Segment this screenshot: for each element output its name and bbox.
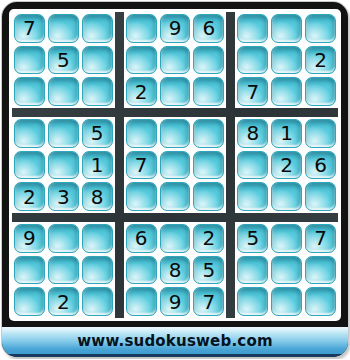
cell-r8c7[interactable] — [237, 256, 268, 285]
board-frame: 759622751238781269262859757 — [2, 2, 348, 327]
cell-r3c1[interactable] — [14, 77, 45, 106]
box-3: 27 — [235, 12, 338, 108]
cell-r4c8[interactable]: 1 — [271, 119, 302, 148]
website-link[interactable]: www.sudokusweb.com — [77, 332, 272, 350]
cell-r6c2[interactable]: 3 — [48, 182, 79, 211]
cell-r6c1[interactable]: 2 — [14, 182, 45, 211]
cell-r7c1[interactable]: 9 — [14, 224, 45, 253]
cell-r5c1[interactable] — [14, 151, 45, 180]
cell-r3c8[interactable] — [271, 77, 302, 106]
cell-r7c9[interactable]: 7 — [305, 224, 336, 253]
cell-r2c6[interactable] — [193, 46, 224, 75]
given-digit: 9 — [23, 228, 36, 248]
cell-r9c7[interactable] — [237, 287, 268, 316]
given-digit: 2 — [23, 187, 36, 207]
box-1: 75 — [12, 12, 115, 108]
cell-r1c3[interactable] — [82, 14, 113, 43]
cell-r2c9[interactable]: 2 — [305, 46, 336, 75]
given-digit: 1 — [91, 155, 104, 175]
cell-r1c6[interactable]: 6 — [193, 14, 224, 43]
cell-r1c1[interactable]: 7 — [14, 14, 45, 43]
cell-r5c8[interactable]: 2 — [271, 151, 302, 180]
given-digit: 5 — [203, 260, 216, 280]
cell-r2c5[interactable] — [160, 46, 191, 75]
cell-r5c7[interactable] — [237, 151, 268, 180]
board-background: 759622751238781269262859757 — [9, 9, 341, 321]
cell-r9c3[interactable] — [82, 287, 113, 316]
cell-r6c7[interactable] — [237, 182, 268, 211]
cell-r5c9[interactable]: 6 — [305, 151, 336, 180]
cell-r3c3[interactable] — [82, 77, 113, 106]
given-digit: 7 — [135, 155, 148, 175]
cell-r5c6[interactable] — [193, 151, 224, 180]
sudoku-widget: 759622751238781269262859757 www.sudokusw… — [2, 2, 348, 357]
cell-r5c4[interactable]: 7 — [126, 151, 157, 180]
box-4: 51238 — [12, 117, 115, 213]
given-digit: 2 — [280, 155, 293, 175]
given-digit: 8 — [91, 187, 104, 207]
cell-r1c9[interactable] — [305, 14, 336, 43]
cell-r3c5[interactable] — [160, 77, 191, 106]
given-digit: 8 — [169, 260, 182, 280]
cell-r6c3[interactable]: 8 — [82, 182, 113, 211]
cell-r6c4[interactable] — [126, 182, 157, 211]
given-digit: 5 — [246, 228, 259, 248]
given-digit: 9 — [169, 292, 182, 312]
cell-r3c9[interactable] — [305, 77, 336, 106]
cell-r4c6[interactable] — [193, 119, 224, 148]
cell-r8c3[interactable] — [82, 256, 113, 285]
cell-r9c1[interactable] — [14, 287, 45, 316]
given-digit: 5 — [91, 123, 104, 143]
cell-r4c2[interactable] — [48, 119, 79, 148]
cell-r8c5[interactable]: 8 — [160, 256, 191, 285]
cell-r1c8[interactable] — [271, 14, 302, 43]
given-digit: 7 — [314, 228, 327, 248]
cell-r4c7[interactable]: 8 — [237, 119, 268, 148]
given-digit: 7 — [203, 292, 216, 312]
cell-r9c2[interactable]: 2 — [48, 287, 79, 316]
box-9: 57 — [235, 222, 338, 318]
cell-r9c6[interactable]: 7 — [193, 287, 224, 316]
given-digit: 6 — [203, 18, 216, 38]
cell-r3c2[interactable] — [48, 77, 79, 106]
given-digit: 2 — [135, 82, 148, 102]
given-digit: 2 — [203, 228, 216, 248]
cell-r8c4[interactable] — [126, 256, 157, 285]
cell-r1c2[interactable] — [48, 14, 79, 43]
box-2: 962 — [124, 12, 227, 108]
cell-r4c9[interactable] — [305, 119, 336, 148]
footer-bar: www.sudokusweb.com — [2, 327, 348, 357]
cell-r1c7[interactable] — [237, 14, 268, 43]
box-5: 7 — [124, 117, 227, 213]
cell-r3c6[interactable] — [193, 77, 224, 106]
given-digit: 1 — [280, 123, 293, 143]
cell-r7c5[interactable] — [160, 224, 191, 253]
cell-r9c9[interactable] — [305, 287, 336, 316]
cell-r6c5[interactable] — [160, 182, 191, 211]
cell-r2c4[interactable] — [126, 46, 157, 75]
cell-r7c3[interactable] — [82, 224, 113, 253]
cell-r4c5[interactable] — [160, 119, 191, 148]
given-digit: 2 — [314, 50, 327, 70]
cell-r8c6[interactable]: 5 — [193, 256, 224, 285]
cell-r3c7[interactable]: 7 — [237, 77, 268, 106]
cell-r2c3[interactable] — [82, 46, 113, 75]
cell-r4c1[interactable] — [14, 119, 45, 148]
given-digit: 6 — [314, 155, 327, 175]
cell-r8c8[interactable] — [271, 256, 302, 285]
box-8: 628597 — [124, 222, 227, 318]
given-digit: 2 — [57, 292, 70, 312]
cell-r6c8[interactable] — [271, 182, 302, 211]
cell-r6c6[interactable] — [193, 182, 224, 211]
box-6: 8126 — [235, 117, 338, 213]
cell-r7c7[interactable]: 5 — [237, 224, 268, 253]
cell-r2c8[interactable] — [271, 46, 302, 75]
cell-r1c4[interactable] — [126, 14, 157, 43]
cell-r5c2[interactable] — [48, 151, 79, 180]
cell-r4c4[interactable] — [126, 119, 157, 148]
cell-r4c3[interactable]: 5 — [82, 119, 113, 148]
cell-r2c2[interactable]: 5 — [48, 46, 79, 75]
given-digit: 5 — [57, 50, 70, 70]
cell-r8c2[interactable] — [48, 256, 79, 285]
cell-r8c9[interactable] — [305, 256, 336, 285]
cell-r9c5[interactable]: 9 — [160, 287, 191, 316]
cell-r3c4[interactable]: 2 — [126, 77, 157, 106]
cell-r7c6[interactable]: 2 — [193, 224, 224, 253]
given-digit: 7 — [23, 18, 36, 38]
given-digit: 8 — [246, 123, 259, 143]
given-digit: 7 — [246, 82, 259, 102]
cell-r5c5[interactable] — [160, 151, 191, 180]
box-7: 92 — [12, 222, 115, 318]
cell-r7c2[interactable] — [48, 224, 79, 253]
sudoku-board: 759622751238781269262859757 — [12, 12, 338, 318]
cell-r6c9[interactable] — [305, 182, 336, 211]
cell-r9c8[interactable] — [271, 287, 302, 316]
cell-r5c3[interactable]: 1 — [82, 151, 113, 180]
cell-r8c1[interactable] — [14, 256, 45, 285]
given-digit: 6 — [135, 228, 148, 248]
cell-r7c4[interactable]: 6 — [126, 224, 157, 253]
given-digit: 9 — [169, 18, 182, 38]
cell-r9c4[interactable] — [126, 287, 157, 316]
cell-r1c5[interactable]: 9 — [160, 14, 191, 43]
cell-r2c1[interactable] — [14, 46, 45, 75]
cell-r2c7[interactable] — [237, 46, 268, 75]
given-digit: 3 — [57, 187, 70, 207]
cell-r7c8[interactable] — [271, 224, 302, 253]
